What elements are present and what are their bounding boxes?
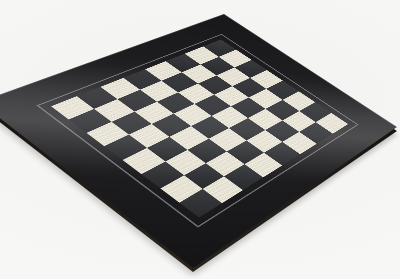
square-r3c8 [282,132,317,154]
square-r8c4 [104,135,147,160]
square-r8c1 [51,96,94,119]
square-r6c1 [101,78,140,99]
square-r3c7 [265,120,300,142]
product-photo-scene [0,0,400,279]
chessboard [0,0,400,279]
square-r5c3 [157,92,195,113]
square-r5c2 [140,81,178,102]
square-r3c4 [214,86,249,106]
square-r5c6 [209,128,247,151]
square-r1c2 [219,50,252,68]
square-r6c7 [206,151,245,176]
square-r6c5 [170,126,209,150]
square-r3c1 [166,54,201,73]
square-r6c4 [152,114,191,137]
square-r1c8 [316,113,348,134]
square-r1c6 [283,91,315,111]
square-r4c6 [229,118,265,140]
square-r5c5 [191,116,229,139]
square-r2c8 [300,122,333,143]
square-r7c8 [203,176,244,203]
square-r2c6 [266,100,300,120]
square-r1c7 [299,102,331,122]
square-r5c4 [174,104,212,126]
square-r3c3 [198,75,233,95]
square-r6c6 [188,139,227,163]
square-r4c8 [264,142,300,165]
square-r5c8 [245,153,282,178]
square-r1c5 [266,81,298,100]
square-r2c7 [282,111,315,132]
square-r7c1 [77,87,118,109]
board-top-face [0,14,397,268]
square-r2c4 [233,78,267,97]
square-r3c2 [182,64,217,83]
square-r5c1 [124,69,162,89]
square-r4c2 [161,72,197,92]
square-r8c3 [86,122,129,147]
light-sheen-overlay [0,14,397,268]
square-r8c2 [69,109,112,133]
pinstripe-border [36,34,358,228]
square-r8c8 [180,189,222,217]
square-r7c5 [147,137,188,162]
square-r6c8 [224,164,263,190]
square-r3c6 [248,109,283,130]
board-side-edge [0,4,400,279]
square-r7c7 [184,163,225,189]
square-r5c7 [227,140,264,164]
square-r6c2 [118,90,157,112]
square-r7c3 [111,111,152,134]
square-r1c1 [203,39,236,56]
square-r4c5 [212,106,248,128]
square-r4c1 [145,61,181,80]
board-frame [0,14,397,268]
square-r7c2 [94,99,135,122]
square-r7c4 [129,124,170,148]
board-cast-shadow [0,8,400,279]
square-r2c1 [185,46,219,64]
square-r8c6 [141,161,183,188]
square-r4c7 [246,130,282,153]
square-r3c5 [231,97,266,118]
square-r6c3 [135,102,174,124]
square-r7c6 [165,150,206,176]
square-r4c4 [195,95,231,116]
square-r2c3 [217,67,251,86]
square-r8c5 [123,148,166,174]
square-r1c3 [234,60,267,78]
square-r2c5 [249,89,283,109]
playing-area [51,39,348,217]
square-r2c2 [201,57,235,75]
square-r1c4 [250,70,282,89]
square-r8c7 [160,175,202,203]
square-r4c3 [178,83,214,104]
